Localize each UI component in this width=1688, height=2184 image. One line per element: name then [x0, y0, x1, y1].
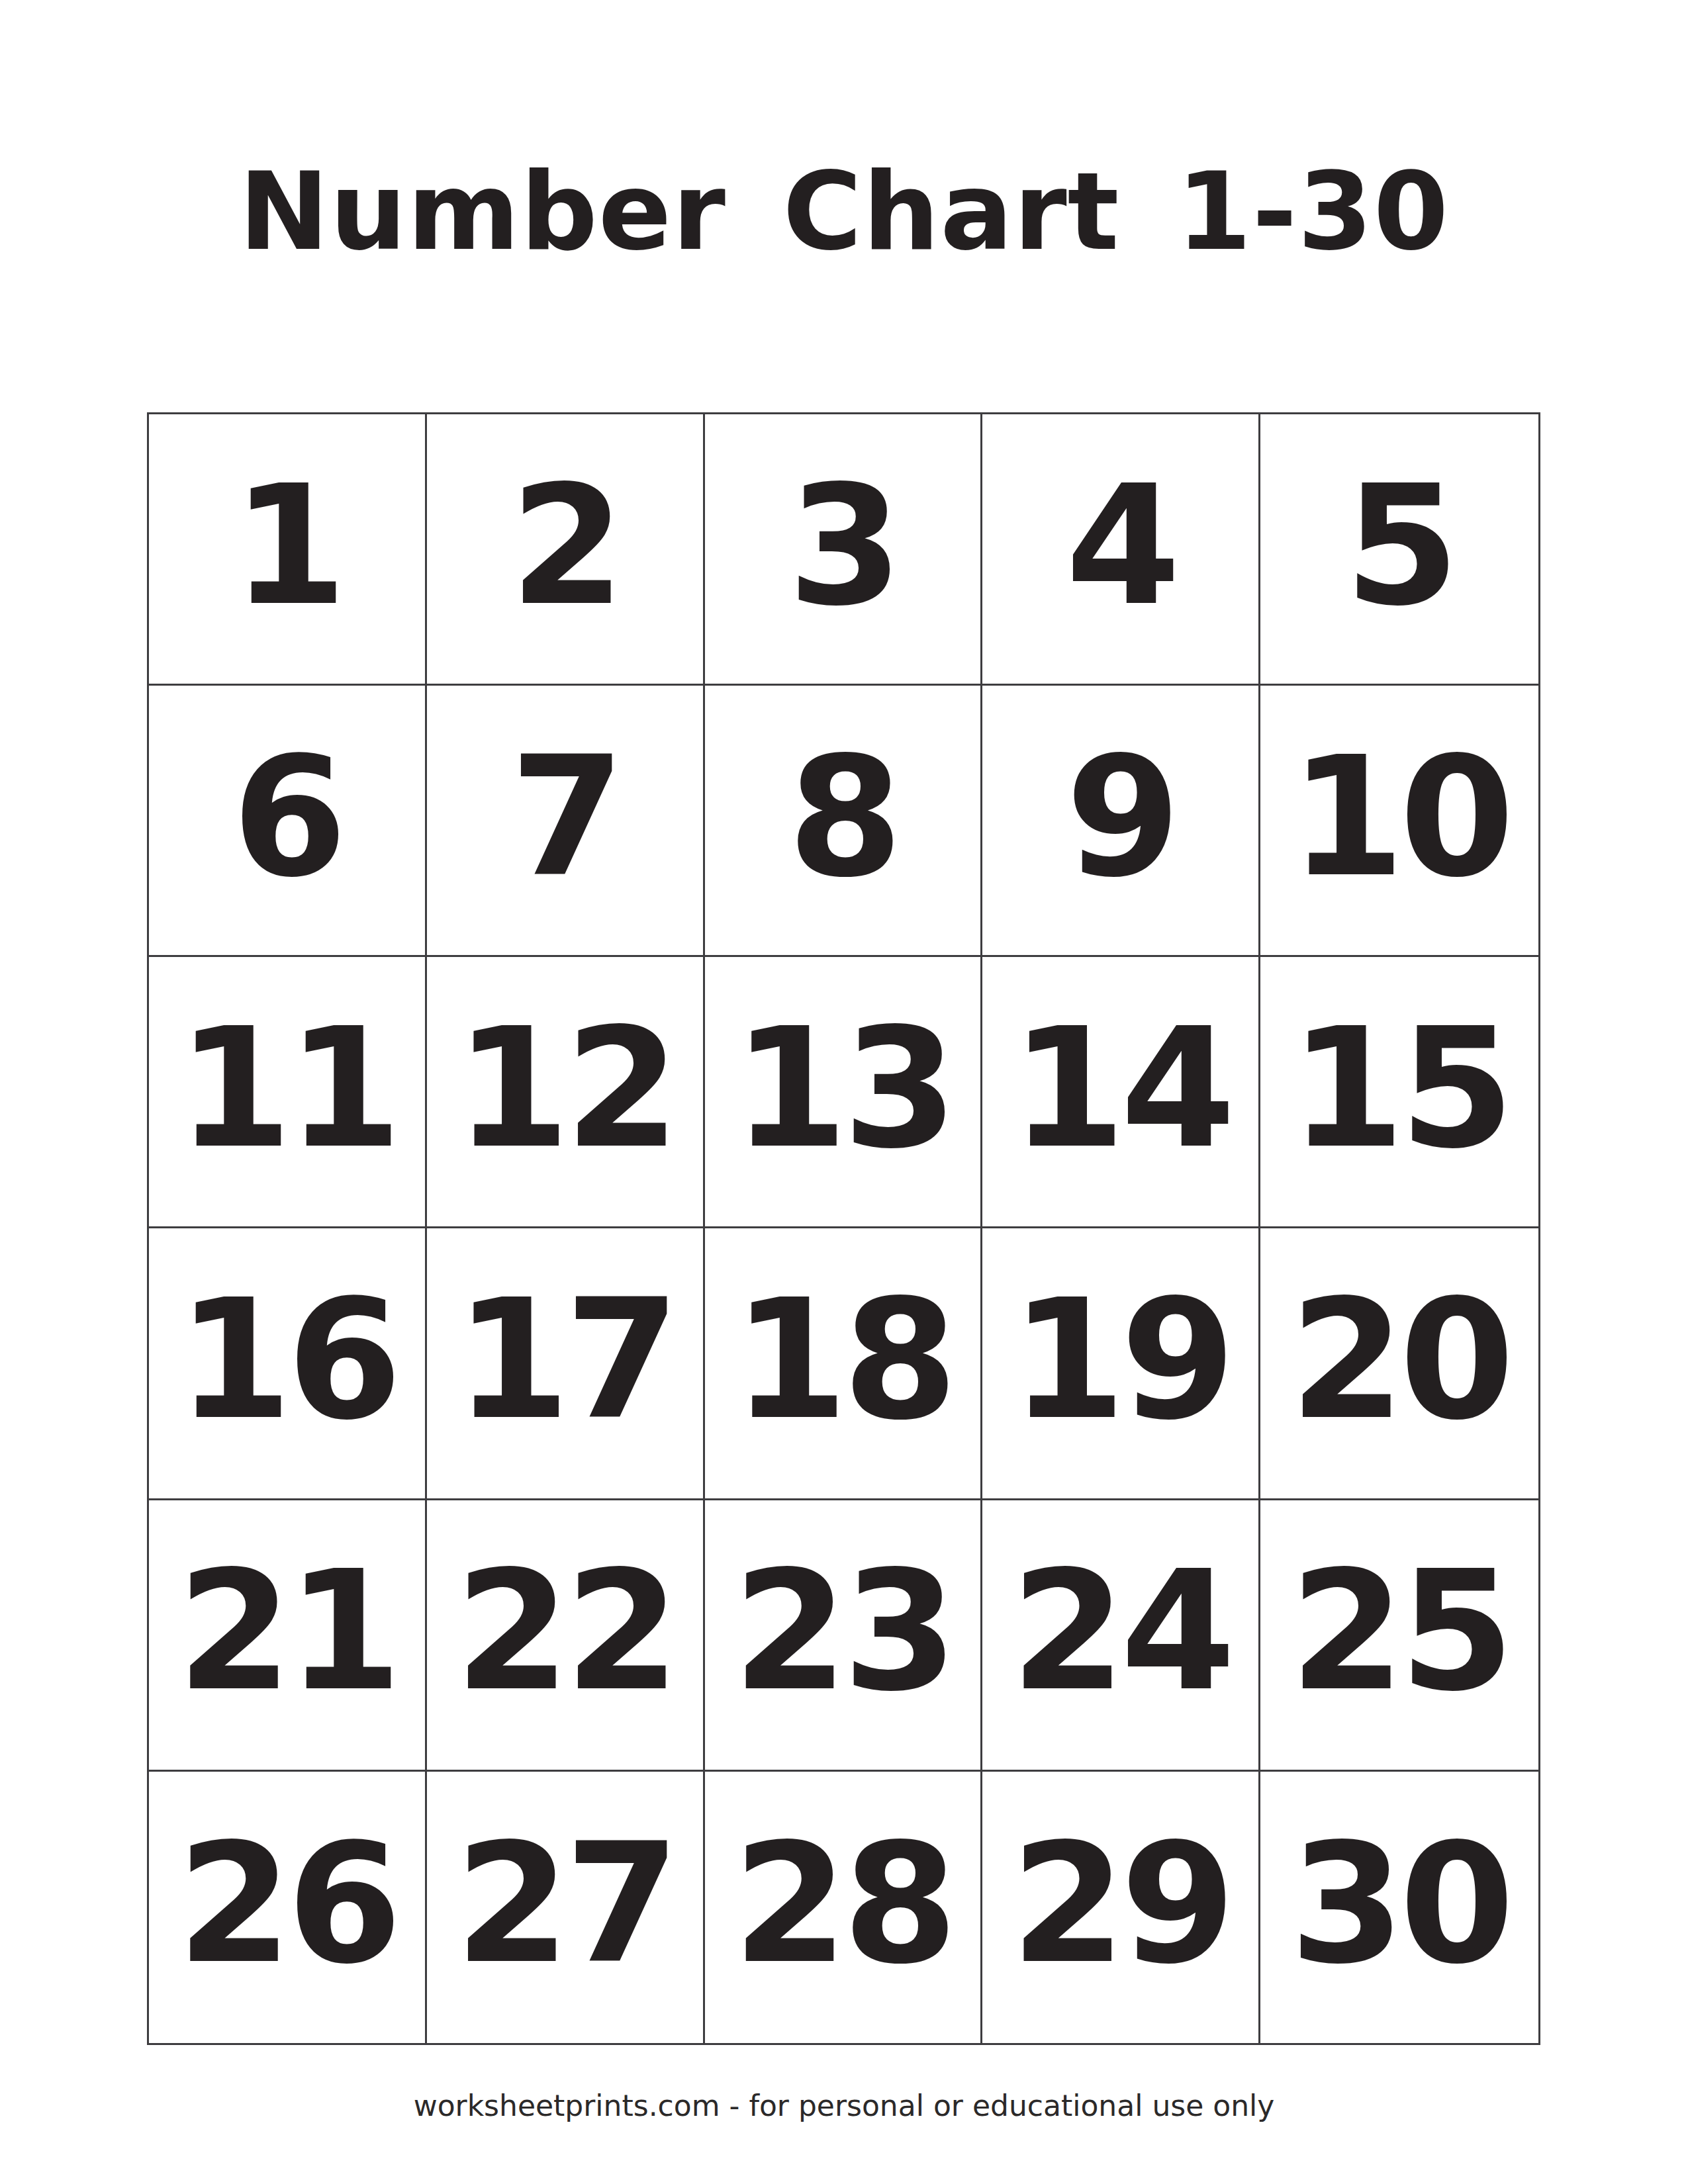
grid-cell-10: 10 — [1260, 686, 1538, 957]
grid-cell-26: 26 — [149, 1772, 427, 2043]
grid-cell-22: 22 — [427, 1500, 705, 1772]
grid-cell-30: 30 — [1260, 1772, 1538, 2043]
grid-cell-24: 24 — [982, 1500, 1260, 1772]
grid-cell-4: 4 — [982, 414, 1260, 686]
grid-cell-14: 14 — [982, 957, 1260, 1228]
grid-cell-2: 2 — [427, 414, 705, 686]
grid-cell-12: 12 — [427, 957, 705, 1228]
grid-cell-25: 25 — [1260, 1500, 1538, 1772]
page-title: Number Chart 1-30 — [0, 158, 1688, 265]
grid-cell-5: 5 — [1260, 414, 1538, 686]
worksheet-page: { "game": "number-chart-worksheet", "pos… — [0, 0, 1688, 2184]
grid-cell-8: 8 — [705, 686, 983, 957]
number-grid: 1234567891011121314151617181920212223242… — [147, 412, 1540, 2045]
grid-cell-17: 17 — [427, 1228, 705, 1500]
grid-cell-11: 11 — [149, 957, 427, 1228]
grid-cell-7: 7 — [427, 686, 705, 957]
grid-cell-1: 1 — [149, 414, 427, 686]
grid-cell-20: 20 — [1260, 1228, 1538, 1500]
grid-cell-18: 18 — [705, 1228, 983, 1500]
grid-cell-15: 15 — [1260, 957, 1538, 1228]
footer-credit: worksheetprints.com - for personal or ed… — [0, 2089, 1688, 2122]
grid-cell-16: 16 — [149, 1228, 427, 1500]
grid-cell-3: 3 — [705, 414, 983, 686]
grid-cell-13: 13 — [705, 957, 983, 1228]
grid-cell-23: 23 — [705, 1500, 983, 1772]
grid-cell-27: 27 — [427, 1772, 705, 2043]
grid-cell-28: 28 — [705, 1772, 983, 2043]
grid-cell-29: 29 — [982, 1772, 1260, 2043]
grid-cell-6: 6 — [149, 686, 427, 957]
grid-cell-19: 19 — [982, 1228, 1260, 1500]
grid-cell-21: 21 — [149, 1500, 427, 1772]
grid-cell-9: 9 — [982, 686, 1260, 957]
